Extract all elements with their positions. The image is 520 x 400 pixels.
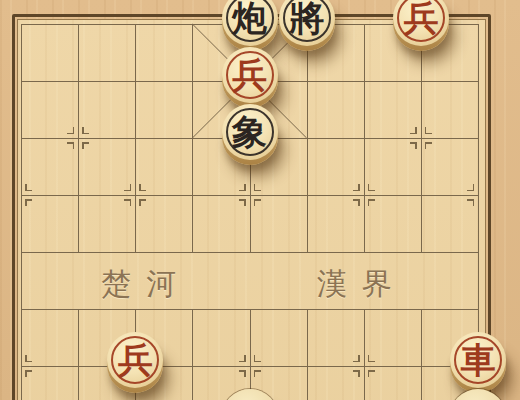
piece-red-soldier-c6[interactable]: 兵 [107,332,163,388]
piece-character: 炮 [232,0,267,35]
piece-black-cannon-e0[interactable]: 炮 [222,0,278,46]
piece-unknown-unknown-e7[interactable] [222,389,278,400]
piece-face: 兵 [107,332,163,388]
piece-face: 車 [450,332,506,388]
piece-face [222,389,278,400]
piece-character: 將 [289,0,324,35]
river-label-right: 漢界 [317,266,407,302]
piece-character: 兵 [118,342,153,377]
piece-face [450,389,506,400]
piece-face: 象 [222,104,278,160]
piece-black-general-f0[interactable]: 將 [279,0,335,46]
piece-red-chariot-i6[interactable]: 車 [450,332,506,388]
river-label-left: 楚河 [101,266,191,302]
piece-character: 兵 [403,0,438,35]
xiangqi-board[interactable]: 楚河 漢界 炮將兵兵象兵車 [0,0,520,400]
piece-character: 車 [461,342,496,377]
piece-character: 象 [232,114,267,149]
piece-face: 兵 [222,47,278,103]
piece-red-soldier-h0[interactable]: 兵 [393,0,449,46]
piece-black-elephant-e2[interactable]: 象 [222,104,278,160]
piece-character: 兵 [232,57,267,92]
piece-red-soldier-e1[interactable]: 兵 [222,47,278,103]
piece-unknown-unknown-i7[interactable] [450,389,506,400]
